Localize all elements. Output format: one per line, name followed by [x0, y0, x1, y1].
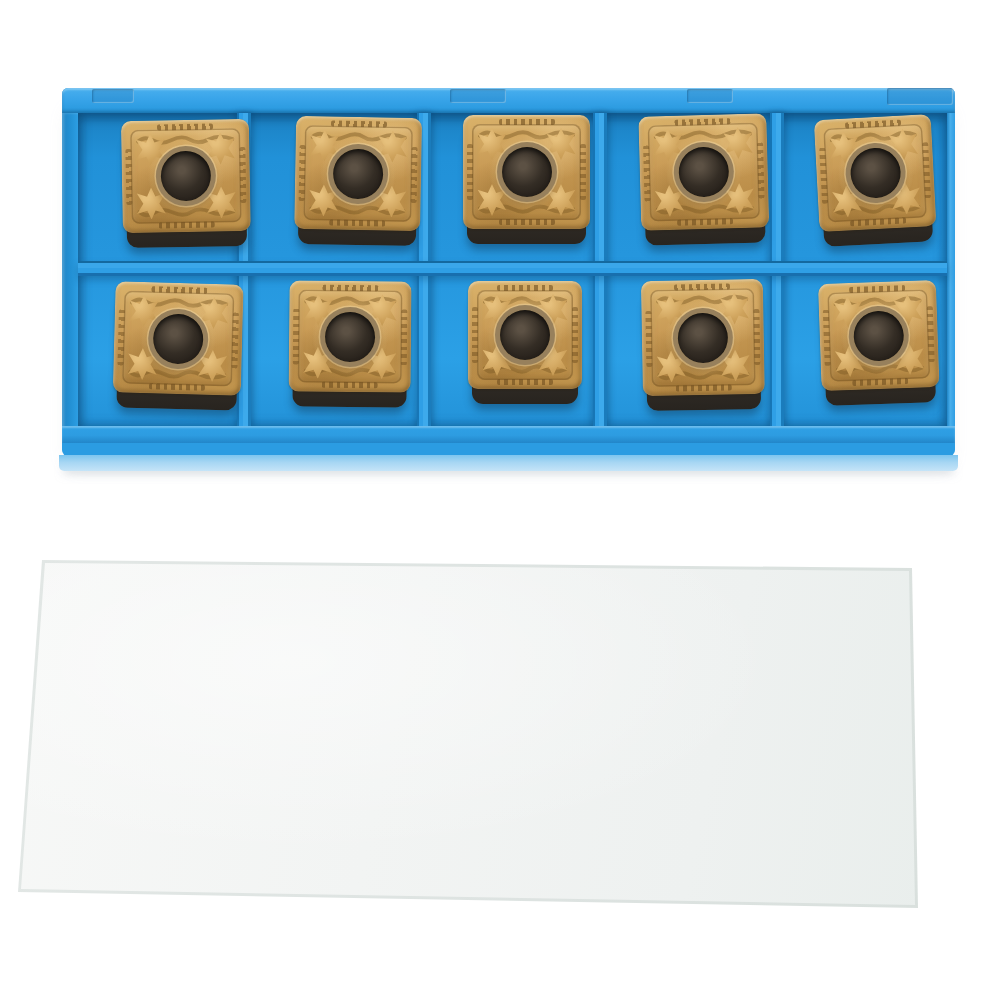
embossed-dot-marking — [852, 378, 908, 386]
carbide-insert — [641, 279, 765, 411]
insert-top-face — [638, 113, 769, 230]
insert-box-tray — [62, 88, 955, 456]
insert-top-face — [814, 114, 937, 232]
insert-top-face — [641, 279, 765, 396]
insert-top-face — [294, 116, 422, 231]
carbide-insert — [463, 115, 590, 244]
embossed-dot-marking — [322, 285, 378, 291]
embossed-dot-marking — [580, 144, 586, 200]
carbide-insert — [814, 114, 937, 247]
embossed-dot-marking — [322, 382, 378, 388]
embossed-dot-marking — [231, 312, 238, 368]
insert-center-hole — [325, 311, 375, 361]
embossed-dot-marking — [159, 222, 215, 229]
embossed-dot-marking — [757, 142, 764, 198]
embossed-dot-marking — [645, 310, 652, 366]
carbide-insert — [294, 116, 422, 246]
carbide-insert — [638, 113, 769, 245]
embossed-dot-marking — [467, 144, 473, 200]
embossed-dot-marking — [927, 306, 935, 362]
embossed-dot-marking — [499, 219, 555, 225]
embossed-dot-marking — [149, 383, 205, 390]
carbide-insert — [468, 281, 582, 404]
lid-surface — [8, 552, 928, 916]
embossed-dot-marking — [674, 284, 730, 291]
carbide-insert — [818, 280, 940, 406]
insert-center-hole — [500, 310, 550, 360]
insert-top-face — [463, 115, 590, 229]
insert-top-face — [289, 280, 412, 392]
embossed-dot-marking — [472, 307, 478, 363]
embossed-dot-marking — [157, 124, 213, 131]
insert-center-hole — [502, 147, 552, 197]
embossed-dot-marking — [753, 309, 760, 365]
product-photo — [0, 0, 1001, 1001]
box-lid — [8, 552, 928, 916]
embossed-dot-marking — [125, 149, 132, 205]
embossed-dot-marking — [497, 379, 553, 385]
embossed-dot-marking — [497, 285, 553, 291]
carbide-insert — [112, 281, 243, 410]
embossed-dot-marking — [299, 144, 306, 200]
embossed-dot-marking — [331, 121, 387, 128]
embossed-dot-marking — [677, 218, 733, 225]
embossed-dot-marking — [499, 119, 555, 125]
insert-top-face — [121, 119, 251, 233]
embossed-dot-marking — [239, 147, 246, 203]
insert-top-face — [818, 280, 940, 391]
embossed-dot-marking — [676, 385, 732, 392]
embossed-dot-marking — [572, 307, 578, 363]
tray-compartments — [62, 88, 955, 456]
insert-top-face — [113, 281, 244, 395]
tray-front-wall — [59, 455, 958, 471]
embossed-dot-marking — [329, 220, 385, 227]
embossed-dot-marking — [411, 146, 418, 202]
carbide-insert — [288, 280, 411, 407]
embossed-dot-marking — [401, 309, 407, 365]
carbide-insert — [121, 119, 251, 248]
insert-top-face — [468, 281, 582, 389]
embossed-dot-marking — [293, 308, 299, 364]
